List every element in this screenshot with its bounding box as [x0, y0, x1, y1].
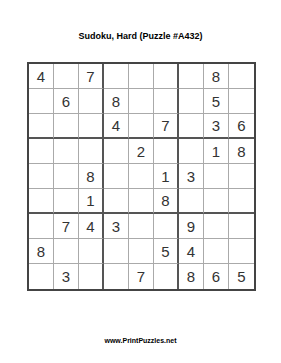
cell-r3c4: 4 [104, 114, 129, 139]
cell-r5c9 [229, 164, 254, 189]
cell-r7c3: 4 [79, 214, 104, 239]
cell-r7c2: 7 [54, 214, 79, 239]
cell-r1c5 [129, 64, 154, 89]
cell-r6c5 [129, 189, 154, 214]
cell-r1c9 [229, 64, 254, 89]
cell-r2c8: 5 [204, 89, 229, 114]
cell-r5c2 [54, 164, 79, 189]
cell-r3c3 [79, 114, 104, 139]
cell-r4c6 [154, 139, 179, 164]
cell-r6c3: 1 [79, 189, 104, 214]
cell-r6c6: 8 [154, 189, 179, 214]
cell-r9c7: 8 [179, 264, 204, 289]
cell-r2c4: 8 [104, 89, 129, 114]
cell-r1c1: 4 [29, 64, 54, 89]
cell-r2c1 [29, 89, 54, 114]
cell-r9c9: 5 [229, 264, 254, 289]
cell-r2c2: 6 [54, 89, 79, 114]
cell-r3c9: 6 [229, 114, 254, 139]
cell-r1c6 [154, 64, 179, 89]
cell-r7c7: 9 [179, 214, 204, 239]
cell-r5c6: 1 [154, 164, 179, 189]
cell-r5c7: 3 [179, 164, 204, 189]
cell-r9c1 [29, 264, 54, 289]
cell-r3c2 [54, 114, 79, 139]
cell-r2c3 [79, 89, 104, 114]
cell-r5c3: 8 [79, 164, 104, 189]
puzzle-page: Sudoku, Hard (Puzzle #A432) 478685473621… [0, 0, 281, 363]
cell-r1c4 [104, 64, 129, 89]
cell-r3c8: 3 [204, 114, 229, 139]
cell-r6c9 [229, 189, 254, 214]
cell-r1c7 [179, 64, 204, 89]
cell-r9c5: 7 [129, 264, 154, 289]
cell-r6c1 [29, 189, 54, 214]
cell-r2c7 [179, 89, 204, 114]
cell-r1c2 [54, 64, 79, 89]
cell-r8c2 [54, 239, 79, 264]
cell-r4c3 [79, 139, 104, 164]
cell-r5c4 [104, 164, 129, 189]
sudoku-board: 478685473621881318743985437865 [27, 62, 256, 291]
cell-r4c9: 8 [229, 139, 254, 164]
cell-r1c8: 8 [204, 64, 229, 89]
cell-r9c3 [79, 264, 104, 289]
cell-r8c1: 8 [29, 239, 54, 264]
cell-r6c7 [179, 189, 204, 214]
cell-r9c4 [104, 264, 129, 289]
cell-r7c1 [29, 214, 54, 239]
footer-url: www.PrintPuzzles.net [0, 337, 281, 344]
cell-r7c4: 3 [104, 214, 129, 239]
cell-r2c5 [129, 89, 154, 114]
cell-r8c6: 5 [154, 239, 179, 264]
cell-r4c4 [104, 139, 129, 164]
cell-r3c7 [179, 114, 204, 139]
cell-r5c1 [29, 164, 54, 189]
cell-r9c2: 3 [54, 264, 79, 289]
cell-r4c7 [179, 139, 204, 164]
cell-r3c1 [29, 114, 54, 139]
cell-r6c4 [104, 189, 129, 214]
cell-r8c7: 4 [179, 239, 204, 264]
cell-r8c3 [79, 239, 104, 264]
cell-r7c9 [229, 214, 254, 239]
cell-r2c9 [229, 89, 254, 114]
cell-r5c8 [204, 164, 229, 189]
cell-r6c2 [54, 189, 79, 214]
cell-r4c8: 1 [204, 139, 229, 164]
cell-r5c5 [129, 164, 154, 189]
puzzle-title: Sudoku, Hard (Puzzle #A432) [0, 31, 281, 41]
cell-r7c8 [204, 214, 229, 239]
cell-r9c6 [154, 264, 179, 289]
cell-r1c3: 7 [79, 64, 104, 89]
cell-r4c5: 2 [129, 139, 154, 164]
cell-r7c6 [154, 214, 179, 239]
cell-r3c5 [129, 114, 154, 139]
cell-r7c5 [129, 214, 154, 239]
cell-r4c2 [54, 139, 79, 164]
cell-r8c5 [129, 239, 154, 264]
cell-r4c1 [29, 139, 54, 164]
cell-r3c6: 7 [154, 114, 179, 139]
cell-r8c4 [104, 239, 129, 264]
cell-r6c8 [204, 189, 229, 214]
cell-r8c9 [229, 239, 254, 264]
cell-r9c8: 6 [204, 264, 229, 289]
cell-r2c6 [154, 89, 179, 114]
cell-r8c8 [204, 239, 229, 264]
